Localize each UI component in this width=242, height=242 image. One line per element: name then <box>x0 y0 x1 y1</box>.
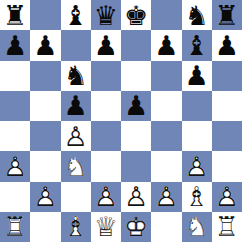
piece-fill: ♞ <box>182 0 212 30</box>
piece-fill: ♟ <box>121 91 151 121</box>
piece-outline: ♙ <box>212 182 242 212</box>
square-f3[interactable] <box>151 151 181 181</box>
square-f1[interactable] <box>151 212 181 242</box>
square-a8[interactable]: ♜ <box>0 0 30 30</box>
piece-outline: ♙ <box>61 121 91 151</box>
square-f4[interactable] <box>151 121 181 151</box>
square-h3[interactable] <box>212 151 242 181</box>
piece-black-pawn[interactable]: ♟ <box>212 30 242 60</box>
piece-white-king[interactable]: ♚♔ <box>121 212 151 242</box>
square-b2[interactable]: ♟♙ <box>30 182 60 212</box>
piece-black-pawn[interactable]: ♟ <box>91 30 121 60</box>
square-e4[interactable] <box>121 121 151 151</box>
square-h5[interactable] <box>212 91 242 121</box>
square-g7[interactable]: ♝ <box>182 30 212 60</box>
square-e1[interactable]: ♚♔ <box>121 212 151 242</box>
piece-fill: ♟ <box>151 30 181 60</box>
square-b8[interactable] <box>30 0 60 30</box>
piece-outline: ♙ <box>91 182 121 212</box>
square-c6[interactable]: ♞ <box>61 61 91 91</box>
piece-white-rook[interactable]: ♜♖ <box>0 212 30 242</box>
square-d1[interactable]: ♛♕ <box>91 212 121 242</box>
piece-outline: ♙ <box>182 151 212 181</box>
square-d3[interactable] <box>91 151 121 181</box>
square-b7[interactable]: ♟ <box>30 30 60 60</box>
square-a2[interactable] <box>0 182 30 212</box>
square-b1[interactable] <box>30 212 60 242</box>
piece-fill: ♜ <box>212 0 242 30</box>
square-c5[interactable]: ♟ <box>61 91 91 121</box>
piece-black-pawn[interactable]: ♟ <box>151 30 181 60</box>
square-g3[interactable]: ♟♙ <box>182 151 212 181</box>
square-e6[interactable] <box>121 61 151 91</box>
square-b6[interactable] <box>30 61 60 91</box>
square-e5[interactable]: ♟ <box>121 91 151 121</box>
square-g8[interactable]: ♞ <box>182 0 212 30</box>
piece-black-pawn[interactable]: ♟ <box>0 30 30 60</box>
square-d4[interactable] <box>91 121 121 151</box>
piece-white-bishop[interactable]: ♝♗ <box>61 212 91 242</box>
square-b4[interactable] <box>30 121 60 151</box>
piece-white-rook[interactable]: ♜♖ <box>212 212 242 242</box>
piece-outline: ♕ <box>91 212 121 242</box>
piece-white-knight[interactable]: ♞♘ <box>182 212 212 242</box>
piece-black-bishop[interactable]: ♝ <box>61 0 91 30</box>
piece-black-queen[interactable]: ♛ <box>91 0 121 30</box>
square-d6[interactable] <box>91 61 121 91</box>
piece-white-pawn[interactable]: ♟♙ <box>121 182 151 212</box>
piece-fill: ♟ <box>212 30 242 60</box>
square-f2[interactable]: ♟♙ <box>151 182 181 212</box>
square-d8[interactable]: ♛ <box>91 0 121 30</box>
piece-white-knight[interactable]: ♞♘ <box>61 151 91 181</box>
square-b3[interactable] <box>30 151 60 181</box>
square-a3[interactable]: ♟♙ <box>0 151 30 181</box>
square-c1[interactable]: ♝♗ <box>61 212 91 242</box>
square-h4[interactable] <box>212 121 242 151</box>
piece-white-pawn[interactable]: ♟♙ <box>91 182 121 212</box>
piece-fill: ♟ <box>91 30 121 60</box>
piece-white-queen[interactable]: ♛♕ <box>91 212 121 242</box>
piece-black-rook[interactable]: ♜ <box>0 0 30 30</box>
square-h1[interactable]: ♜♖ <box>212 212 242 242</box>
square-f7[interactable]: ♟ <box>151 30 181 60</box>
piece-fill: ♝ <box>182 30 212 60</box>
piece-black-bishop[interactable]: ♝ <box>182 30 212 60</box>
square-g4[interactable] <box>182 121 212 151</box>
square-a7[interactable]: ♟ <box>0 30 30 60</box>
piece-black-pawn[interactable]: ♟ <box>121 91 151 121</box>
piece-fill: ♜ <box>0 0 30 30</box>
piece-white-pawn[interactable]: ♟♙ <box>212 182 242 212</box>
square-c3[interactable]: ♞♘ <box>61 151 91 181</box>
square-f6[interactable] <box>151 61 181 91</box>
square-c4[interactable]: ♟♙ <box>61 121 91 151</box>
piece-fill: ♞ <box>61 61 91 91</box>
square-c2[interactable] <box>61 182 91 212</box>
piece-fill: ♛ <box>91 0 121 30</box>
piece-outline: ♖ <box>212 212 242 242</box>
piece-white-pawn[interactable]: ♟♙ <box>61 121 91 151</box>
square-h8[interactable]: ♜ <box>212 0 242 30</box>
square-h7[interactable]: ♟ <box>212 30 242 60</box>
square-e2[interactable]: ♟♙ <box>121 182 151 212</box>
piece-white-pawn[interactable]: ♟♙ <box>30 182 60 212</box>
piece-black-pawn[interactable]: ♟ <box>30 30 60 60</box>
square-g2[interactable]: ♝♗ <box>182 182 212 212</box>
square-d5[interactable] <box>91 91 121 121</box>
piece-outline: ♙ <box>30 182 60 212</box>
square-a1[interactable]: ♜♖ <box>0 212 30 242</box>
square-e3[interactable] <box>121 151 151 181</box>
square-a6[interactable] <box>0 61 30 91</box>
piece-black-knight[interactable]: ♞ <box>61 61 91 91</box>
square-e8[interactable]: ♚ <box>121 0 151 30</box>
piece-fill: ♚ <box>121 0 151 30</box>
piece-black-knight[interactable]: ♞ <box>182 0 212 30</box>
square-b5[interactable] <box>30 91 60 121</box>
piece-fill: ♝ <box>61 0 91 30</box>
piece-fill: ♟ <box>30 30 60 60</box>
piece-black-king[interactable]: ♚ <box>121 0 151 30</box>
piece-outline: ♖ <box>0 212 30 242</box>
piece-outline: ♙ <box>151 182 181 212</box>
chess-board: ♜♝♛♚♞♜♟♟♟♟♝♟♞♟♟♟♟♙♟♙♞♘♟♙♟♙♟♙♟♙♟♙♝♗♟♙♜♖♝♗… <box>0 0 242 242</box>
square-a5[interactable] <box>0 91 30 121</box>
piece-black-rook[interactable]: ♜ <box>212 0 242 30</box>
square-h2[interactable]: ♟♙ <box>212 182 242 212</box>
square-f8[interactable] <box>151 0 181 30</box>
square-d2[interactable]: ♟♙ <box>91 182 121 212</box>
piece-black-pawn[interactable]: ♟ <box>182 61 212 91</box>
square-h6[interactable] <box>212 61 242 91</box>
piece-white-pawn[interactable]: ♟♙ <box>151 182 181 212</box>
square-d7[interactable]: ♟ <box>91 30 121 60</box>
square-g6[interactable]: ♟ <box>182 61 212 91</box>
piece-outline: ♙ <box>0 151 30 181</box>
piece-white-pawn[interactable]: ♟♙ <box>182 151 212 181</box>
square-c8[interactable]: ♝ <box>61 0 91 30</box>
square-a4[interactable] <box>0 121 30 151</box>
piece-outline: ♘ <box>61 151 91 181</box>
square-f5[interactable] <box>151 91 181 121</box>
piece-outline: ♔ <box>121 212 151 242</box>
square-g1[interactable]: ♞♘ <box>182 212 212 242</box>
piece-fill: ♟ <box>61 91 91 121</box>
square-g5[interactable] <box>182 91 212 121</box>
piece-outline: ♘ <box>182 212 212 242</box>
piece-white-pawn[interactable]: ♟♙ <box>0 151 30 181</box>
piece-outline: ♙ <box>121 182 151 212</box>
piece-white-bishop[interactable]: ♝♗ <box>182 182 212 212</box>
piece-outline: ♗ <box>61 212 91 242</box>
square-c7[interactable] <box>61 30 91 60</box>
piece-fill: ♟ <box>182 61 212 91</box>
piece-outline: ♗ <box>182 182 212 212</box>
square-e7[interactable] <box>121 30 151 60</box>
piece-fill: ♟ <box>0 30 30 60</box>
piece-black-pawn[interactable]: ♟ <box>61 91 91 121</box>
